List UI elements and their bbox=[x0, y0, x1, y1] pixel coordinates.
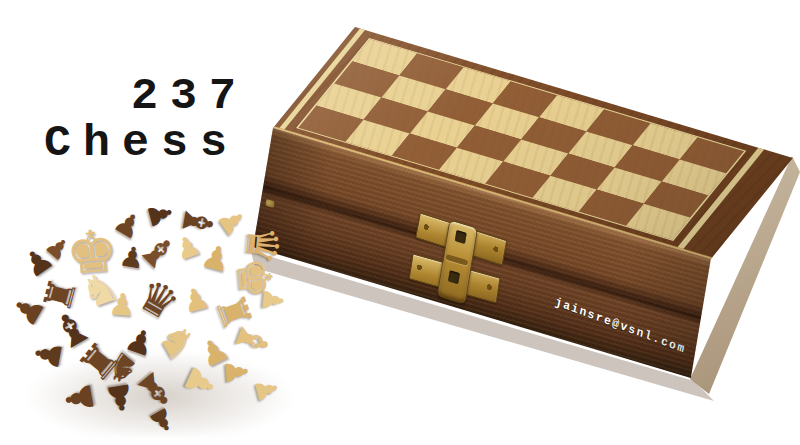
hinge-pin bbox=[265, 199, 274, 208]
hasp-bar bbox=[445, 254, 468, 266]
pile-piece-pawn: ♟ bbox=[179, 282, 213, 318]
pile-piece-rook: ♜ bbox=[209, 288, 259, 335]
product-photo: 237 Chess jainsre@vsnl.com ♚♟♟♝♟♛♟♜♞♟♝♟♟… bbox=[0, 0, 800, 445]
hasp-notch-top bbox=[455, 230, 467, 244]
pile-drop-shadow bbox=[25, 350, 295, 435]
brass-latch bbox=[407, 210, 506, 314]
pile-piece-pawn: ♟ bbox=[17, 241, 59, 284]
product-number: 237 bbox=[131, 74, 248, 119]
pile-piece-pawn: ♟ bbox=[142, 198, 178, 232]
pile-piece-queen: ♛ bbox=[130, 271, 186, 329]
product-name: Chess bbox=[44, 121, 239, 166]
pile-piece-knight: ♞ bbox=[75, 264, 125, 316]
pile-piece-pawn: ♟ bbox=[171, 231, 204, 266]
pile-piece-pawn: ♟ bbox=[257, 286, 287, 313]
pile-piece-pawn: ♟ bbox=[212, 202, 252, 241]
pile-piece-pawn: ♟ bbox=[109, 205, 147, 244]
pile-piece-bishop: ♝ bbox=[131, 225, 185, 279]
pile-piece-pawn: ♟ bbox=[107, 289, 136, 321]
hasp-notch-bottom bbox=[448, 270, 460, 284]
pile-piece-bishop: ♝ bbox=[175, 201, 221, 243]
pile-piece-king: ♚ bbox=[64, 221, 121, 283]
pile-piece-pawn: ♟ bbox=[198, 239, 234, 277]
pile-piece-pawn: ♟ bbox=[41, 231, 76, 266]
pile-piece-pawn: ♟ bbox=[6, 288, 51, 331]
pile-piece-pawn: ♟ bbox=[117, 242, 147, 274]
pile-piece-rook: ♜ bbox=[37, 274, 83, 317]
